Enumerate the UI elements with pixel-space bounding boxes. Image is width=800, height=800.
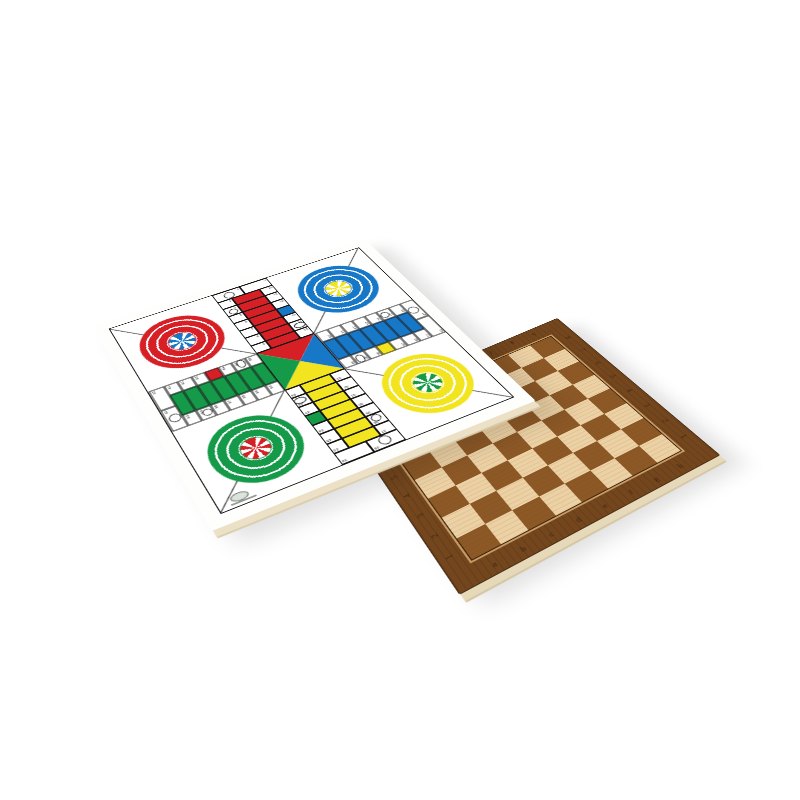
parchis-cell-number: 43 (336, 376, 343, 381)
chess-coordinate-label: 4 (390, 484, 425, 508)
parchis-cell-number: 49 (290, 393, 297, 398)
parchis-cell-number: 46 (318, 428, 325, 433)
parchis-cell-number: 56 (211, 405, 218, 410)
parchis-cell-number: 10 (267, 286, 273, 290)
parchis-cell-number: 42 (343, 385, 350, 390)
parchis-nest-circle-se (365, 344, 491, 425)
parchis-cell-number: 27 (423, 333, 430, 337)
parchis-cell-number: 37 (380, 429, 388, 434)
product-photo-canvas: abcdefgh abcdefgh 87654321 87654321 1234… (0, 0, 800, 800)
parchis-cell-number: 60 (266, 385, 273, 390)
parchis-cell-number: 35 (373, 445, 381, 450)
parchis-cell-number: 2 (263, 279, 267, 282)
parchis-cell-number: 30 (374, 351, 381, 355)
parchis-nest-circle-sw (192, 404, 320, 496)
parchis-cell-number: 66 (245, 357, 252, 361)
parchis-cell-number: 9 (261, 342, 265, 345)
parchis-cell-number: 45 (325, 438, 332, 443)
parchis-cell-number: 61 (165, 385, 172, 390)
parchis-cell-number: 53 (149, 391, 156, 396)
parchis-cell-number: 57 (225, 400, 232, 405)
parchis-cell-number: 44 (332, 447, 340, 452)
parchis-cell-number: 64 (219, 367, 226, 371)
parchis-cell-number: 54 (183, 415, 190, 420)
parchis-cell-number: 52 (161, 410, 168, 415)
parchis-cell-number: 36 (341, 458, 349, 463)
chess-coordinate-label: 2 (416, 522, 453, 549)
parchis-cell-number: 1 (236, 288, 240, 291)
parchis-cell-number: 62 (178, 381, 185, 386)
parchis-cell-number: 3 (228, 300, 232, 303)
parchis-cell-number: 29 (399, 342, 406, 346)
parchis-cell-number: 7 (250, 327, 254, 330)
parchis-cell-number: 63 (192, 376, 199, 381)
parchis-cell-number: 6 (244, 320, 248, 323)
parchis-cell-number: 8 (256, 335, 260, 338)
chess-coordinate-label: 5 (377, 466, 412, 489)
parchis-cell-number: 39 (365, 410, 372, 415)
parchis-cell-number: 47 (304, 410, 311, 415)
chess-coordinate-label: 3 (403, 503, 439, 529)
parchis-cell-number: 59 (252, 390, 259, 395)
parchis-cell-number: 28 (411, 338, 418, 342)
parchis-cell-number: 5 (239, 313, 243, 316)
parchis-cell-number: 13 (290, 313, 296, 317)
parchis-nest-rosette (163, 329, 201, 354)
parchis-cell-number: 11 (273, 293, 279, 297)
chess-coordinate-label: 1 (431, 543, 470, 571)
parchis-cell-number: 32 (349, 360, 356, 364)
parchis-nest-rosette (319, 278, 356, 300)
parchis-cell-number: 19 (437, 328, 444, 332)
parchis-cell-number: 12 (278, 299, 284, 303)
parchis-cell-number: 41 (350, 393, 357, 398)
parchis-nest-rosette (233, 432, 277, 463)
parchis-cell-number: 40 (357, 402, 364, 407)
parchis-nest-rosette (405, 369, 448, 397)
parchis-cell-number: 58 (239, 395, 246, 400)
parchis-cell-number: 15 (302, 327, 309, 331)
